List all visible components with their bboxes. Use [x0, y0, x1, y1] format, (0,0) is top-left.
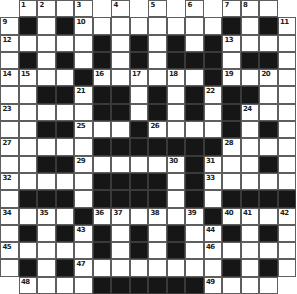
cell-1-15[interactable]: 11: [278, 17, 297, 34]
cell-10-2[interactable]: [37, 173, 56, 190]
black-cell-1-12: [222, 17, 241, 34]
cell-16-4[interactable]: [74, 277, 93, 294]
cell-15-8[interactable]: [148, 259, 167, 276]
cell-6-1[interactable]: [19, 104, 38, 121]
cell-2-15[interactable]: [278, 35, 297, 52]
cell-0-2[interactable]: 2: [37, 0, 56, 17]
cell-6-13[interactable]: 24: [241, 104, 260, 121]
cell-0-3[interactable]: [56, 0, 75, 17]
cell-10-4[interactable]: [74, 173, 93, 190]
black-cell-6-6: [111, 104, 130, 121]
cell-12-7[interactable]: [130, 208, 149, 225]
clue-number-10: 10: [77, 18, 86, 26]
clue-number-29: 29: [77, 157, 86, 165]
cutout-0-9: [167, 0, 186, 17]
clue-number-6: 6: [188, 1, 192, 9]
clue-number-5: 5: [151, 1, 155, 9]
clue-number-30: 30: [169, 157, 178, 165]
cell-10-11[interactable]: 33: [204, 173, 223, 190]
clue-number-41: 41: [243, 209, 252, 217]
cell-4-13[interactable]: [241, 69, 260, 86]
black-cell-7-2: [37, 121, 56, 138]
cell-4-8[interactable]: [148, 69, 167, 86]
clue-number-35: 35: [40, 209, 49, 217]
black-cell-11-7: [130, 190, 149, 207]
cell-4-10[interactable]: [185, 69, 204, 86]
black-cell-11-12: [222, 190, 241, 207]
black-cell-12-11: [204, 208, 223, 225]
cell-14-0[interactable]: 45: [0, 242, 19, 259]
cutout-0-7: [130, 0, 149, 17]
cell-6-14[interactable]: [259, 104, 278, 121]
cell-3-8[interactable]: [148, 52, 167, 69]
black-cell-3-13: [241, 52, 260, 69]
black-cell-13-3: [56, 225, 75, 242]
cell-2-4[interactable]: [74, 35, 93, 52]
cell-11-11[interactable]: [204, 190, 223, 207]
clue-number-38: 38: [151, 209, 160, 217]
black-cell-7-12: [222, 121, 241, 138]
cell-12-6[interactable]: 37: [111, 208, 130, 225]
cell-2-12[interactable]: 13: [222, 35, 241, 52]
clue-number-37: 37: [114, 209, 123, 217]
black-cell-3-7: [130, 52, 149, 69]
black-cell-16-7: [130, 277, 149, 294]
black-cell-12-4: [74, 208, 93, 225]
cell-10-1[interactable]: [19, 173, 38, 190]
cell-12-1[interactable]: [19, 208, 38, 225]
cell-3-2[interactable]: [37, 52, 56, 69]
black-cell-2-5: [93, 35, 112, 52]
cell-2-6[interactable]: [111, 35, 130, 52]
clue-number-48: 48: [21, 278, 30, 286]
cell-7-15[interactable]: [278, 121, 297, 138]
black-cell-5-6: [111, 86, 130, 103]
cell-11-9[interactable]: [167, 190, 186, 207]
cell-8-1[interactable]: [19, 138, 38, 155]
crossword-page: 1234567891011121314151617181920212223242…: [0, 0, 296, 294]
black-cell-1-14: [259, 17, 278, 34]
cell-14-12[interactable]: [222, 242, 241, 259]
cell-1-13[interactable]: [241, 17, 260, 34]
clue-number-8: 8: [243, 1, 247, 9]
cell-16-1[interactable]: 48: [19, 277, 38, 294]
cell-5-0[interactable]: [0, 86, 19, 103]
cell-12-14[interactable]: [259, 208, 278, 225]
clue-number-25: 25: [77, 122, 86, 130]
clue-number-16: 16: [95, 70, 104, 78]
cell-13-4[interactable]: 43: [74, 225, 93, 242]
black-cell-16-5: [93, 277, 112, 294]
black-cell-11-5: [93, 190, 112, 207]
cell-11-4[interactable]: [74, 190, 93, 207]
black-cell-10-8: [148, 173, 167, 190]
cell-8-0[interactable]: 27: [0, 138, 19, 155]
cell-4-7[interactable]: 17: [130, 69, 149, 86]
clue-number-1: 1: [21, 1, 25, 9]
clue-number-42: 42: [280, 209, 289, 217]
cell-6-11[interactable]: [204, 104, 223, 121]
cell-5-14[interactable]: [259, 86, 278, 103]
cell-14-6[interactable]: [111, 242, 130, 259]
black-cell-5-12: [222, 86, 241, 103]
black-cell-11-3: [56, 190, 75, 207]
cell-15-5[interactable]: [93, 259, 112, 276]
cutout-16-0: [0, 277, 19, 294]
cell-14-1[interactable]: [19, 242, 38, 259]
cell-0-8[interactable]: 5: [148, 0, 167, 17]
clue-number-19: 19: [225, 70, 234, 78]
cell-1-0[interactable]: 9: [0, 17, 19, 34]
clue-number-47: 47: [77, 260, 86, 268]
cell-13-13[interactable]: [241, 225, 260, 242]
cell-9-5[interactable]: [93, 156, 112, 173]
cell-14-14[interactable]: [259, 242, 278, 259]
cell-8-3[interactable]: [56, 138, 75, 155]
clue-number-28: 28: [225, 139, 234, 147]
cell-12-2[interactable]: 35: [37, 208, 56, 225]
cell-2-3[interactable]: [56, 35, 75, 52]
cell-5-11[interactable]: 22: [204, 86, 223, 103]
cell-15-4[interactable]: 47: [74, 259, 93, 276]
cell-0-12[interactable]: 7: [222, 0, 241, 17]
cell-7-5[interactable]: [93, 121, 112, 138]
black-cell-8-10: [185, 138, 204, 155]
cutout-16-15: [278, 277, 297, 294]
cell-0-4[interactable]: 3: [74, 0, 93, 17]
cell-15-10[interactable]: [185, 259, 204, 276]
clue-number-33: 33: [206, 174, 215, 182]
cell-5-4[interactable]: 21: [74, 86, 93, 103]
black-cell-3-5: [93, 52, 112, 69]
clue-number-18: 18: [169, 70, 178, 78]
black-cell-11-10: [185, 190, 204, 207]
cell-2-0[interactable]: 12: [0, 35, 19, 52]
black-cell-11-1: [19, 190, 38, 207]
black-cell-5-3: [56, 86, 75, 103]
cell-14-4[interactable]: [74, 242, 93, 259]
black-cell-8-5: [93, 138, 112, 155]
black-cell-3-14: [259, 52, 278, 69]
cell-16-13[interactable]: [241, 277, 260, 294]
black-cell-3-1: [19, 52, 38, 69]
cell-0-1[interactable]: 1: [19, 0, 38, 17]
black-cell-3-11: [204, 52, 223, 69]
clue-number-3: 3: [77, 1, 81, 9]
cell-9-11[interactable]: 31: [204, 156, 223, 173]
cell-15-15[interactable]: [278, 259, 297, 276]
cutout-0-5: [93, 0, 112, 17]
cell-0-14[interactable]: [259, 0, 278, 17]
cutout-0-15: [278, 0, 297, 17]
cell-3-0[interactable]: [0, 52, 19, 69]
black-cell-10-7: [130, 173, 149, 190]
cell-15-6[interactable]: [111, 259, 130, 276]
black-cell-16-10: [185, 277, 204, 294]
cell-1-5[interactable]: [93, 17, 112, 34]
cell-15-9[interactable]: [167, 259, 186, 276]
cell-9-12[interactable]: [222, 156, 241, 173]
cell-2-13[interactable]: [241, 35, 260, 52]
clue-number-12: 12: [3, 36, 12, 44]
clue-number-39: 39: [188, 209, 197, 217]
black-cell-13-9: [167, 225, 186, 242]
clue-number-32: 32: [3, 174, 12, 182]
black-cell-2-9: [167, 35, 186, 52]
cell-1-2[interactable]: [37, 17, 56, 34]
black-cell-10-10: [185, 173, 204, 190]
clue-number-9: 9: [3, 18, 7, 26]
cell-12-15[interactable]: 42: [278, 208, 297, 225]
cell-7-4[interactable]: 25: [74, 121, 93, 138]
cell-7-9[interactable]: [167, 121, 186, 138]
black-cell-10-6: [111, 173, 130, 190]
clue-number-36: 36: [95, 209, 104, 217]
cell-12-3[interactable]: [56, 208, 75, 225]
cell-10-15[interactable]: [278, 173, 297, 190]
black-cell-6-8: [148, 104, 167, 121]
cell-4-12[interactable]: 19: [222, 69, 241, 86]
cell-9-9[interactable]: 30: [167, 156, 186, 173]
cell-5-7[interactable]: [130, 86, 149, 103]
black-cell-5-13: [241, 86, 260, 103]
cell-10-0[interactable]: 32: [0, 173, 19, 190]
cell-3-15[interactable]: [278, 52, 297, 69]
cell-10-12[interactable]: [222, 173, 241, 190]
cell-15-11[interactable]: [204, 259, 223, 276]
clue-number-2: 2: [40, 1, 44, 9]
clue-number-24: 24: [243, 105, 252, 113]
black-cell-5-8: [148, 86, 167, 103]
black-cell-15-3: [56, 259, 75, 276]
cell-6-4[interactable]: [74, 104, 93, 121]
cell-2-10[interactable]: [185, 35, 204, 52]
clue-number-46: 46: [206, 243, 215, 251]
black-cell-1-3: [56, 17, 75, 34]
black-cell-9-3: [56, 156, 75, 173]
cell-0-13[interactable]: 8: [241, 0, 260, 17]
black-cell-11-14: [259, 190, 278, 207]
cell-14-13[interactable]: [241, 242, 260, 259]
cell-13-6[interactable]: [111, 225, 130, 242]
cell-16-2[interactable]: [37, 277, 56, 294]
cell-5-1[interactable]: [19, 86, 38, 103]
cell-9-6[interactable]: [111, 156, 130, 173]
cell-1-6[interactable]: [111, 17, 130, 34]
cell-10-14[interactable]: [259, 173, 278, 190]
cell-13-15[interactable]: [278, 225, 297, 242]
black-cell-8-8: [148, 138, 167, 155]
black-cell-2-7: [130, 35, 149, 52]
cell-13-11[interactable]: 44: [204, 225, 223, 242]
cell-1-8[interactable]: [148, 17, 167, 34]
cell-4-6[interactable]: [111, 69, 130, 86]
black-cell-13-5: [93, 225, 112, 242]
cell-14-10[interactable]: [185, 242, 204, 259]
clue-number-23: 23: [3, 105, 12, 113]
cell-13-10[interactable]: [185, 225, 204, 242]
cell-9-1[interactable]: [19, 156, 38, 173]
black-cell-4-4: [74, 69, 93, 86]
cell-8-13[interactable]: [241, 138, 260, 155]
black-cell-3-3: [56, 52, 75, 69]
cell-4-3[interactable]: [56, 69, 75, 86]
cell-4-14[interactable]: 20: [259, 69, 278, 86]
cell-2-2[interactable]: [37, 35, 56, 52]
black-cell-15-1: [19, 259, 38, 276]
cell-10-3[interactable]: [56, 173, 75, 190]
black-cell-10-5: [93, 173, 112, 190]
cell-7-8[interactable]: 26: [148, 121, 167, 138]
cell-3-4[interactable]: [74, 52, 93, 69]
cell-3-12[interactable]: [222, 52, 241, 69]
cell-7-10[interactable]: [185, 121, 204, 138]
cell-15-2[interactable]: [37, 259, 56, 276]
cell-4-5[interactable]: 16: [93, 69, 112, 86]
black-cell-2-11: [204, 35, 223, 52]
clue-number-43: 43: [77, 226, 86, 234]
clue-number-22: 22: [206, 87, 215, 95]
cell-14-2[interactable]: [37, 242, 56, 259]
cell-9-7[interactable]: [130, 156, 149, 173]
cell-4-2[interactable]: [37, 69, 56, 86]
cell-6-2[interactable]: [37, 104, 56, 121]
cutout-0-11: [204, 0, 223, 17]
cell-0-10[interactable]: 6: [185, 0, 204, 17]
black-cell-13-12: [222, 225, 241, 242]
cell-16-14[interactable]: [259, 277, 278, 294]
cell-14-3[interactable]: [56, 242, 75, 259]
cell-8-12[interactable]: 28: [222, 138, 241, 155]
black-cell-13-1: [19, 225, 38, 242]
cell-3-6[interactable]: [111, 52, 130, 69]
clue-number-31: 31: [206, 157, 215, 165]
black-cell-8-11: [204, 138, 223, 155]
cell-9-8[interactable]: [148, 156, 167, 173]
cell-11-0[interactable]: [0, 190, 19, 207]
clue-number-13: 13: [225, 36, 234, 44]
cell-9-13[interactable]: [241, 156, 260, 173]
cell-7-11[interactable]: [204, 121, 223, 138]
cell-12-5[interactable]: 36: [93, 208, 112, 225]
black-cell-11-13: [241, 190, 260, 207]
cell-4-15[interactable]: [278, 69, 297, 86]
clue-number-26: 26: [151, 122, 160, 130]
clue-number-40: 40: [225, 209, 234, 217]
cell-14-11[interactable]: 46: [204, 242, 223, 259]
cell-13-2[interactable]: [37, 225, 56, 242]
cell-14-8[interactable]: [148, 242, 167, 259]
cell-8-14[interactable]: [259, 138, 278, 155]
cell-7-6[interactable]: [111, 121, 130, 138]
black-cell-11-2: [37, 190, 56, 207]
black-cell-14-5: [93, 242, 112, 259]
clue-number-20: 20: [262, 70, 271, 78]
cell-12-10[interactable]: 39: [185, 208, 204, 225]
black-cell-8-9: [167, 138, 186, 155]
cell-7-1[interactable]: [19, 121, 38, 138]
cell-6-3[interactable]: [56, 104, 75, 121]
cell-1-10[interactable]: [185, 17, 204, 34]
cell-1-9[interactable]: [167, 17, 186, 34]
cell-12-0[interactable]: 34: [0, 208, 19, 225]
cell-10-13[interactable]: [241, 173, 260, 190]
cell-2-1[interactable]: [19, 35, 38, 52]
cell-13-8[interactable]: [148, 225, 167, 242]
black-cell-5-2: [37, 86, 56, 103]
black-cell-7-3: [56, 121, 75, 138]
cell-12-12[interactable]: 40: [222, 208, 241, 225]
black-cell-6-10: [185, 104, 204, 121]
cell-13-0[interactable]: [0, 225, 19, 242]
cell-6-7[interactable]: [130, 104, 149, 121]
cell-15-0[interactable]: [0, 259, 19, 276]
cell-5-9[interactable]: [167, 86, 186, 103]
cell-1-4[interactable]: 10: [74, 17, 93, 34]
clue-number-14: 14: [3, 70, 12, 78]
cell-8-2[interactable]: [37, 138, 56, 155]
cell-8-15[interactable]: [278, 138, 297, 155]
cell-2-14[interactable]: [259, 35, 278, 52]
cell-14-15[interactable]: [278, 242, 297, 259]
cell-4-0[interactable]: 14: [0, 69, 19, 86]
black-cell-3-10: [185, 52, 204, 69]
cell-2-8[interactable]: [148, 35, 167, 52]
black-cell-9-10: [185, 156, 204, 173]
clue-number-21: 21: [77, 87, 86, 95]
black-cell-5-5: [93, 86, 112, 103]
cell-15-13[interactable]: [241, 259, 260, 276]
cell-6-15[interactable]: [278, 104, 297, 121]
clue-number-44: 44: [206, 226, 215, 234]
cell-10-9[interactable]: [167, 173, 186, 190]
cell-12-13[interactable]: 41: [241, 208, 260, 225]
black-cell-3-9: [167, 52, 186, 69]
cell-16-11[interactable]: 49: [204, 277, 223, 294]
clue-number-11: 11: [280, 18, 289, 26]
cell-12-9[interactable]: [167, 208, 186, 225]
black-cell-9-2: [37, 156, 56, 173]
cell-8-4[interactable]: [74, 138, 93, 155]
black-cell-8-6: [111, 138, 130, 155]
cell-1-7[interactable]: [130, 17, 149, 34]
cutout-0-0: [0, 0, 19, 17]
cell-4-9[interactable]: 18: [167, 69, 186, 86]
cell-9-0[interactable]: [0, 156, 19, 173]
cell-7-0[interactable]: [0, 121, 19, 138]
clue-number-4: 4: [114, 1, 118, 9]
cell-9-15[interactable]: [278, 156, 297, 173]
black-cell-13-14: [259, 225, 278, 242]
cell-15-7[interactable]: [130, 259, 149, 276]
cell-6-9[interactable]: [167, 104, 186, 121]
cell-4-1[interactable]: 15: [19, 69, 38, 86]
cell-16-12[interactable]: [222, 277, 241, 294]
black-cell-9-14: [259, 156, 278, 173]
cell-6-0[interactable]: 23: [0, 104, 19, 121]
cell-16-3[interactable]: [56, 277, 75, 294]
cell-0-6[interactable]: 4: [111, 0, 130, 17]
black-cell-7-14: [259, 121, 278, 138]
cell-9-4[interactable]: 29: [74, 156, 93, 173]
cell-1-11[interactable]: [204, 17, 223, 34]
black-cell-1-1: [19, 17, 38, 34]
cell-12-8[interactable]: 38: [148, 208, 167, 225]
cell-7-13[interactable]: [241, 121, 260, 138]
black-cell-13-7: [130, 225, 149, 242]
black-cell-7-7: [130, 121, 149, 138]
cell-5-15[interactable]: [278, 86, 297, 103]
